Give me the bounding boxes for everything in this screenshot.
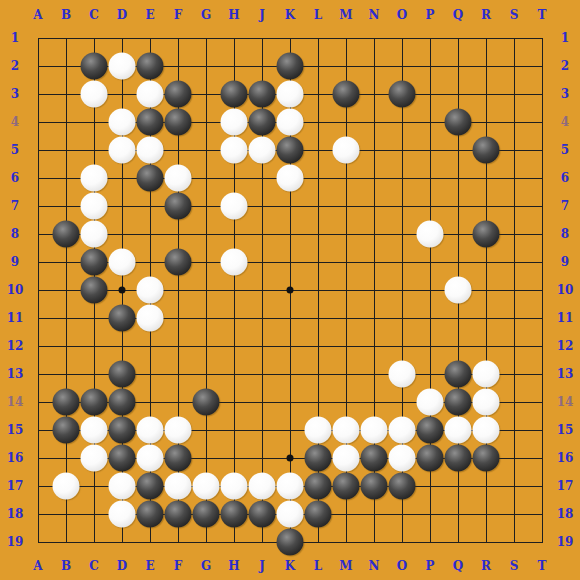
stone-black-L16 [305, 445, 332, 472]
stone-white-C16 [81, 445, 108, 472]
stone-white-M16 [333, 445, 360, 472]
coord-label-left-17: 17 [7, 479, 24, 493]
stone-white-P8 [417, 221, 444, 248]
coord-label-top-N: N [369, 8, 380, 22]
stone-white-H17 [221, 473, 248, 500]
stone-black-E17 [137, 473, 164, 500]
coord-label-bottom-J: J [259, 559, 265, 573]
coord-label-top-Q: Q [453, 8, 463, 22]
stone-white-K18 [277, 501, 304, 528]
coord-label-bottom-B: B [61, 559, 71, 573]
stone-white-K4 [277, 109, 304, 136]
stone-white-F6 [165, 165, 192, 192]
stone-black-G14 [193, 389, 220, 416]
stone-white-E16 [137, 445, 164, 472]
coord-label-right-14: 14 [557, 395, 574, 409]
coord-label-top-G: G [201, 8, 211, 22]
stone-black-B14 [53, 389, 80, 416]
stone-white-L15 [305, 417, 332, 444]
stone-white-C7 [81, 193, 108, 220]
stone-white-J17 [249, 473, 276, 500]
stone-white-M5 [333, 137, 360, 164]
stone-black-Q4 [445, 109, 472, 136]
stone-black-L18 [305, 501, 332, 528]
coord-label-top-R: R [481, 8, 491, 22]
stone-white-D17 [109, 473, 136, 500]
coord-label-bottom-M: M [339, 559, 352, 573]
stone-white-H5 [221, 137, 248, 164]
stone-black-M17 [333, 473, 360, 500]
stone-white-E5 [137, 137, 164, 164]
stone-black-F7 [165, 193, 192, 220]
stone-white-D5 [109, 137, 136, 164]
stone-black-C10 [81, 277, 108, 304]
coord-label-bottom-H: H [228, 559, 239, 573]
coord-label-right-6: 6 [561, 171, 569, 185]
coord-label-bottom-R: R [481, 559, 491, 573]
stone-black-K19 [277, 529, 304, 556]
stone-white-D18 [109, 501, 136, 528]
stone-black-F18 [165, 501, 192, 528]
coord-label-right-3: 3 [561, 87, 569, 101]
coord-label-right-5: 5 [561, 143, 569, 157]
coord-label-top-J: J [259, 8, 265, 22]
go-board[interactable]: AABBCCDDEEFFGGHHJJKKLLMMNNOOPPQQRRSSTT11… [0, 0, 580, 580]
stone-black-R16 [473, 445, 500, 472]
stone-white-D2 [109, 53, 136, 80]
stone-white-F15 [165, 417, 192, 444]
stone-white-E15 [137, 417, 164, 444]
star-point-D10 [119, 287, 126, 294]
coord-label-right-2: 2 [561, 59, 569, 73]
coord-label-bottom-T: T [538, 559, 547, 573]
stone-white-D9 [109, 249, 136, 276]
stone-white-R15 [473, 417, 500, 444]
coord-label-bottom-C: C [89, 559, 99, 573]
stone-white-H9 [221, 249, 248, 276]
coord-label-top-M: M [339, 8, 352, 22]
stone-white-D4 [109, 109, 136, 136]
coord-label-left-1: 1 [11, 31, 19, 45]
coord-label-left-13: 13 [7, 367, 24, 381]
coord-label-bottom-Q: Q [453, 559, 463, 573]
coord-label-top-C: C [89, 8, 99, 22]
stone-black-H18 [221, 501, 248, 528]
coord-label-left-5: 5 [11, 143, 19, 157]
stone-black-F3 [165, 81, 192, 108]
stone-white-R14 [473, 389, 500, 416]
stone-black-G18 [193, 501, 220, 528]
stone-black-O3 [389, 81, 416, 108]
stone-white-K3 [277, 81, 304, 108]
grid-line-horizontal [38, 346, 543, 347]
stone-white-K6 [277, 165, 304, 192]
stone-black-R8 [473, 221, 500, 248]
stone-white-J5 [249, 137, 276, 164]
coord-label-top-K: K [285, 8, 295, 22]
stone-black-E6 [137, 165, 164, 192]
stone-black-J18 [249, 501, 276, 528]
coord-label-bottom-P: P [425, 559, 434, 573]
stone-white-C6 [81, 165, 108, 192]
coord-label-right-8: 8 [561, 227, 569, 241]
stone-black-J3 [249, 81, 276, 108]
coord-label-right-19: 19 [557, 535, 574, 549]
coord-label-bottom-S: S [510, 559, 519, 573]
stone-white-P14 [417, 389, 444, 416]
coord-label-left-18: 18 [7, 507, 24, 521]
coord-label-top-D: D [117, 8, 127, 22]
coord-label-top-F: F [174, 8, 183, 22]
stone-white-E11 [137, 305, 164, 332]
stone-white-E3 [137, 81, 164, 108]
coord-label-left-2: 2 [11, 59, 19, 73]
coord-label-bottom-D: D [117, 559, 127, 573]
coord-label-bottom-E: E [145, 559, 154, 573]
stone-black-E18 [137, 501, 164, 528]
coord-label-left-11: 11 [7, 311, 24, 325]
stone-white-C15 [81, 417, 108, 444]
coord-label-right-12: 12 [557, 339, 574, 353]
stone-black-D13 [109, 361, 136, 388]
stone-white-Q10 [445, 277, 472, 304]
stone-black-K5 [277, 137, 304, 164]
coord-label-top-P: P [425, 8, 434, 22]
stone-black-H3 [221, 81, 248, 108]
coord-label-top-A: A [33, 8, 42, 22]
stone-black-M3 [333, 81, 360, 108]
stone-black-N17 [361, 473, 388, 500]
stone-black-C2 [81, 53, 108, 80]
stone-black-Q14 [445, 389, 472, 416]
coord-label-left-3: 3 [11, 87, 19, 101]
coord-label-bottom-L: L [314, 559, 322, 573]
stone-black-C9 [81, 249, 108, 276]
star-point-K10 [287, 287, 294, 294]
stone-white-B17 [53, 473, 80, 500]
coord-label-top-S: S [510, 8, 519, 22]
stone-white-O15 [389, 417, 416, 444]
stone-white-C8 [81, 221, 108, 248]
stone-black-Q13 [445, 361, 472, 388]
stone-black-D14 [109, 389, 136, 416]
stone-black-O17 [389, 473, 416, 500]
stone-white-K17 [277, 473, 304, 500]
coord-label-bottom-O: O [397, 559, 407, 573]
stone-white-E10 [137, 277, 164, 304]
stone-black-E2 [137, 53, 164, 80]
coord-label-bottom-K: K [285, 559, 295, 573]
grid-line-vertical [542, 38, 543, 543]
coord-label-right-18: 18 [557, 507, 574, 521]
coord-label-top-O: O [397, 8, 407, 22]
stone-white-O13 [389, 361, 416, 388]
stone-white-H7 [221, 193, 248, 220]
stone-white-G17 [193, 473, 220, 500]
stone-black-D11 [109, 305, 136, 332]
grid-line-vertical [514, 38, 515, 543]
coord-label-left-9: 9 [11, 255, 19, 269]
stone-white-F17 [165, 473, 192, 500]
coord-label-top-E: E [145, 8, 154, 22]
coord-label-top-B: B [61, 8, 71, 22]
coord-label-left-4: 4 [11, 115, 19, 129]
coord-label-right-15: 15 [557, 423, 574, 437]
coord-label-left-6: 6 [11, 171, 19, 185]
stone-white-M15 [333, 417, 360, 444]
coord-label-right-16: 16 [557, 451, 574, 465]
coord-label-left-8: 8 [11, 227, 19, 241]
stone-black-C14 [81, 389, 108, 416]
stone-black-F4 [165, 109, 192, 136]
coord-label-bottom-A: A [33, 559, 42, 573]
coord-label-left-16: 16 [7, 451, 24, 465]
stone-white-H4 [221, 109, 248, 136]
coord-label-left-12: 12 [7, 339, 24, 353]
coord-label-right-11: 11 [557, 311, 574, 325]
stone-black-J4 [249, 109, 276, 136]
star-point-K16 [287, 455, 294, 462]
stone-black-E4 [137, 109, 164, 136]
stone-black-F9 [165, 249, 192, 276]
stone-white-R13 [473, 361, 500, 388]
coord-label-top-H: H [228, 8, 239, 22]
coord-label-bottom-F: F [174, 559, 183, 573]
stone-black-P16 [417, 445, 444, 472]
stone-black-D16 [109, 445, 136, 472]
stone-white-C3 [81, 81, 108, 108]
coord-label-right-7: 7 [561, 199, 569, 213]
coord-label-right-1: 1 [561, 31, 569, 45]
stone-white-O16 [389, 445, 416, 472]
coord-label-top-L: L [314, 8, 322, 22]
stone-white-Q15 [445, 417, 472, 444]
coord-label-right-17: 17 [557, 479, 574, 493]
coord-label-left-19: 19 [7, 535, 24, 549]
stone-black-K2 [277, 53, 304, 80]
coord-label-left-14: 14 [7, 395, 24, 409]
coord-label-right-13: 13 [557, 367, 574, 381]
coord-label-right-4: 4 [561, 115, 569, 129]
coord-label-top-T: T [538, 8, 547, 22]
stone-black-P15 [417, 417, 444, 444]
coord-label-bottom-G: G [201, 559, 211, 573]
stone-black-N16 [361, 445, 388, 472]
stone-black-R5 [473, 137, 500, 164]
stone-white-N15 [361, 417, 388, 444]
stone-black-B8 [53, 221, 80, 248]
stone-black-F16 [165, 445, 192, 472]
coord-label-left-15: 15 [7, 423, 24, 437]
stone-black-Q16 [445, 445, 472, 472]
stone-black-B15 [53, 417, 80, 444]
coord-label-bottom-N: N [369, 559, 380, 573]
coord-label-right-10: 10 [557, 283, 574, 297]
stone-black-L17 [305, 473, 332, 500]
stone-black-D15 [109, 417, 136, 444]
coord-label-right-9: 9 [561, 255, 569, 269]
coord-label-left-10: 10 [7, 283, 24, 297]
coord-label-left-7: 7 [11, 199, 19, 213]
